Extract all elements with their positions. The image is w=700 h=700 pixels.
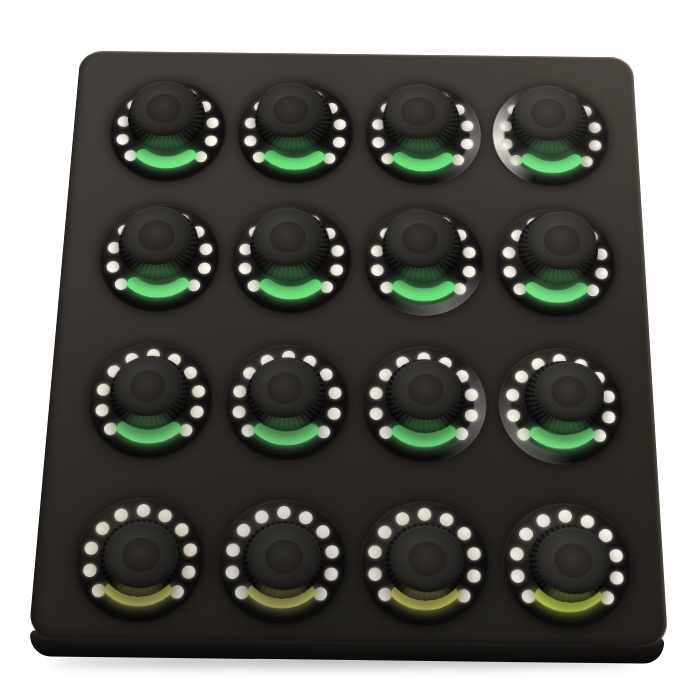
encoder-knob-r1c1[interactable]	[106, 80, 229, 183]
knob-cap-top	[385, 84, 452, 139]
encoder-knob-r2c4[interactable]	[494, 208, 618, 318]
encoder-knob-r3c2[interactable]	[222, 344, 350, 462]
controller-panel	[28, 51, 668, 648]
encoder-knob-r3c3[interactable]	[361, 346, 487, 464]
encoder-knob-r2c2[interactable]	[229, 205, 352, 315]
encoder-knob-r4c2[interactable]	[215, 499, 348, 627]
encoder-knob-r4c4[interactable]	[501, 502, 635, 630]
knob-led-reflection	[398, 139, 445, 156]
knob-cap-top	[390, 525, 464, 593]
encoder-knob-r3c1[interactable]	[84, 342, 216, 460]
knob-cap-top	[391, 359, 460, 420]
product-photo-scene	[0, 0, 700, 700]
encoder-knob-r1c4[interactable]	[491, 85, 611, 188]
device-shadow	[52, 656, 632, 666]
encoder-knob-r2c3[interactable]	[363, 207, 485, 317]
encoder-knob-r2c1[interactable]	[95, 203, 222, 313]
encoder-knob-r4c1[interactable]	[71, 497, 208, 624]
encoder-knob-r1c2[interactable]	[235, 82, 354, 185]
encoder-knob-r3c4[interactable]	[497, 347, 626, 465]
encoder-knob-r4c3[interactable]	[359, 501, 491, 629]
knob-cap-top	[385, 210, 454, 269]
encoder-knob-r1c3[interactable]	[364, 83, 482, 186]
